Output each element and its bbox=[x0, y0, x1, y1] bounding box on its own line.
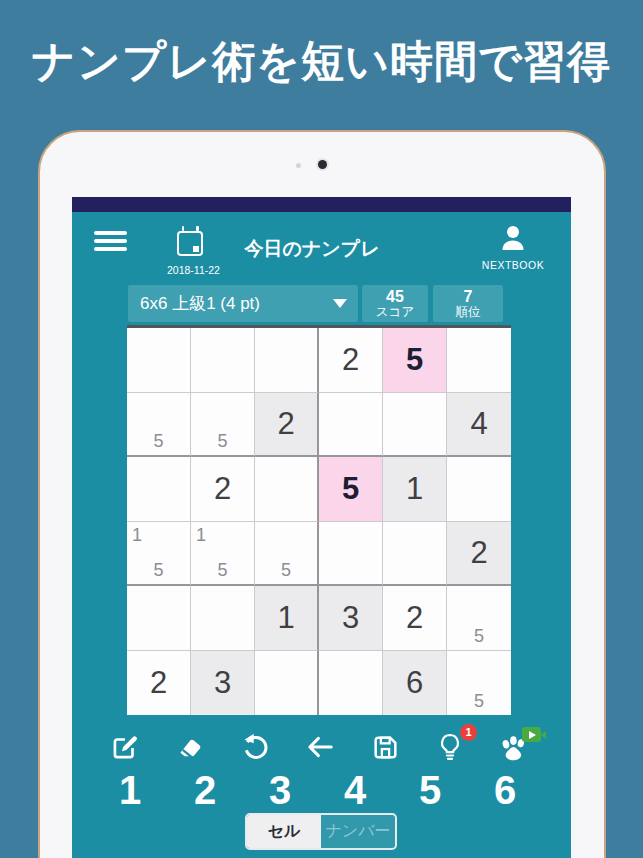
cell-r2c2[interactable]: 5 bbox=[191, 393, 255, 458]
pencil-mark: 5 bbox=[474, 627, 484, 645]
undo-icon bbox=[240, 732, 270, 762]
cell-r5c3[interactable]: 1 bbox=[255, 586, 319, 651]
cell-r5c1[interactable] bbox=[127, 586, 191, 651]
status-bar bbox=[72, 197, 571, 212]
camera-dot bbox=[318, 160, 327, 169]
number-key-6[interactable]: 6 bbox=[493, 770, 517, 810]
cell-r1c2[interactable] bbox=[191, 328, 255, 393]
back-arrow-icon bbox=[305, 732, 335, 762]
cell-value: 5 bbox=[406, 342, 423, 378]
cell-r1c1[interactable] bbox=[127, 328, 191, 393]
sensor-dot bbox=[296, 163, 301, 168]
cell-value: 4 bbox=[470, 406, 487, 442]
cell-r4c5[interactable] bbox=[383, 522, 447, 587]
cell-r1c3[interactable] bbox=[255, 328, 319, 393]
sudoku-board: 25552425115155213252365 bbox=[127, 325, 511, 715]
cell-r6c3[interactable] bbox=[255, 651, 319, 716]
cell-value: 2 bbox=[214, 471, 231, 507]
score-label: スコア bbox=[376, 305, 414, 319]
pencil-mark: 5 bbox=[474, 692, 484, 710]
video-play-icon bbox=[522, 727, 541, 742]
cell-r4c3[interactable]: 5 bbox=[255, 522, 319, 587]
cell-r5c2[interactable] bbox=[191, 586, 255, 651]
edit-icon bbox=[110, 732, 140, 762]
pencil-mark: 5 bbox=[153, 561, 163, 579]
number-key-2[interactable]: 2 bbox=[193, 770, 217, 810]
number-key-4[interactable]: 4 bbox=[343, 770, 367, 810]
cell-r2c6[interactable]: 4 bbox=[447, 393, 511, 458]
cell-r6c1[interactable]: 2 bbox=[127, 651, 191, 716]
cell-r4c4[interactable] bbox=[319, 522, 383, 587]
user-icon bbox=[498, 223, 528, 253]
score-value: 45 bbox=[386, 288, 404, 306]
mode-number-button[interactable]: ナンバー bbox=[321, 815, 395, 848]
date-label: 2018-11-22 bbox=[167, 264, 213, 276]
number-keypad: 123456 bbox=[72, 767, 571, 813]
level-dropdown-label: 6x6 上級1 (4 pt) bbox=[140, 285, 260, 322]
hint-button[interactable]: 1 bbox=[433, 730, 467, 764]
cell-r2c1[interactable]: 5 bbox=[127, 393, 191, 458]
page: ナンプレ術を短い時間で習得 2018-11-22 今日のナンプレ NEXTBOO… bbox=[0, 0, 643, 858]
number-key-1[interactable]: 1 bbox=[118, 770, 142, 810]
undo-button[interactable] bbox=[238, 730, 272, 764]
mode-toggle: セル ナンバー bbox=[245, 813, 397, 850]
rank-value: 7 bbox=[464, 288, 473, 306]
cell-r6c4[interactable] bbox=[319, 651, 383, 716]
watch-video-button[interactable] bbox=[498, 730, 532, 764]
user-label: NEXTBOOK bbox=[465, 259, 561, 271]
cell-r1c5[interactable]: 5 bbox=[383, 328, 447, 393]
cell-value: 2 bbox=[277, 406, 294, 442]
rank-label: 順位 bbox=[456, 305, 481, 319]
cell-r4c1[interactable]: 15 bbox=[127, 522, 191, 587]
pencil-mark: 5 bbox=[217, 432, 227, 450]
app-screen: 2018-11-22 今日のナンプレ NEXTBOOK 6x6 上級1 (4 p… bbox=[72, 197, 571, 858]
hint-badge: 1 bbox=[460, 724, 477, 741]
cell-r5c6[interactable]: 5 bbox=[447, 586, 511, 651]
chevron-down-icon bbox=[333, 299, 347, 308]
cell-value: 2 bbox=[470, 535, 487, 571]
pencil-mark: 1 bbox=[132, 526, 142, 544]
lightbulb-icon bbox=[436, 732, 464, 762]
cell-value: 5 bbox=[342, 471, 359, 507]
calendar-button[interactable]: 2018-11-22 bbox=[167, 226, 213, 276]
cell-r5c5[interactable]: 2 bbox=[383, 586, 447, 651]
pencil-mark: 5 bbox=[281, 561, 291, 579]
cell-value: 3 bbox=[214, 665, 231, 701]
score-box: 45 スコア bbox=[362, 285, 428, 322]
toolbar: 1 bbox=[72, 729, 571, 765]
tablet-frame: 2018-11-22 今日のナンプレ NEXTBOOK 6x6 上級1 (4 p… bbox=[38, 130, 606, 858]
cell-r5c4[interactable]: 3 bbox=[319, 586, 383, 651]
cell-r3c4[interactable]: 5 bbox=[319, 457, 383, 522]
cell-r2c3[interactable]: 2 bbox=[255, 393, 319, 458]
pencil-mark: 5 bbox=[217, 561, 227, 579]
cell-value: 2 bbox=[342, 342, 359, 378]
eraser-icon bbox=[174, 732, 206, 762]
cell-r3c5[interactable]: 1 bbox=[383, 457, 447, 522]
back-button[interactable] bbox=[303, 730, 337, 764]
cell-r1c4[interactable]: 2 bbox=[319, 328, 383, 393]
pencil-mark: 5 bbox=[153, 432, 163, 450]
menu-icon[interactable] bbox=[94, 231, 127, 251]
user-button[interactable]: NEXTBOOK bbox=[465, 223, 561, 271]
cell-r4c6[interactable]: 2 bbox=[447, 522, 511, 587]
banner-title: ナンプレ術を短い時間で習得 bbox=[0, 33, 643, 91]
calendar-icon bbox=[177, 231, 203, 256]
cell-r3c1[interactable] bbox=[127, 457, 191, 522]
cell-r1c6[interactable] bbox=[447, 328, 511, 393]
cell-r3c6[interactable] bbox=[447, 457, 511, 522]
cell-value: 1 bbox=[406, 471, 423, 507]
mode-cell-button[interactable]: セル bbox=[247, 815, 321, 848]
number-key-3[interactable]: 3 bbox=[268, 770, 292, 810]
cell-r2c5[interactable] bbox=[383, 393, 447, 458]
page-title: 今日のナンプレ bbox=[222, 236, 402, 262]
number-key-5[interactable]: 5 bbox=[418, 770, 442, 810]
cell-r3c2[interactable]: 2 bbox=[191, 457, 255, 522]
filter-row: 6x6 上級1 (4 pt) 45 スコア 7 順位 bbox=[72, 285, 571, 322]
cell-r2c4[interactable] bbox=[319, 393, 383, 458]
cell-value: 3 bbox=[342, 600, 359, 636]
cell-r6c2[interactable]: 3 bbox=[191, 651, 255, 716]
save-icon bbox=[371, 733, 400, 762]
eraser-button[interactable] bbox=[173, 730, 207, 764]
app-bar: 2018-11-22 今日のナンプレ NEXTBOOK bbox=[72, 212, 571, 285]
cell-value: 1 bbox=[277, 600, 294, 636]
level-dropdown[interactable]: 6x6 上級1 (4 pt) bbox=[128, 285, 358, 322]
rank-box: 7 順位 bbox=[433, 285, 503, 322]
pencil-mark: 1 bbox=[196, 526, 206, 544]
cell-r6c5[interactable]: 6 bbox=[383, 651, 447, 716]
cell-value: 2 bbox=[150, 665, 167, 701]
cell-r6c6[interactable]: 5 bbox=[447, 651, 511, 716]
save-button[interactable] bbox=[368, 730, 402, 764]
cell-r4c2[interactable]: 15 bbox=[191, 522, 255, 587]
cell-value: 2 bbox=[406, 600, 423, 636]
cell-value: 6 bbox=[406, 665, 423, 701]
cell-r3c3[interactable] bbox=[255, 457, 319, 522]
edit-button[interactable] bbox=[108, 730, 142, 764]
